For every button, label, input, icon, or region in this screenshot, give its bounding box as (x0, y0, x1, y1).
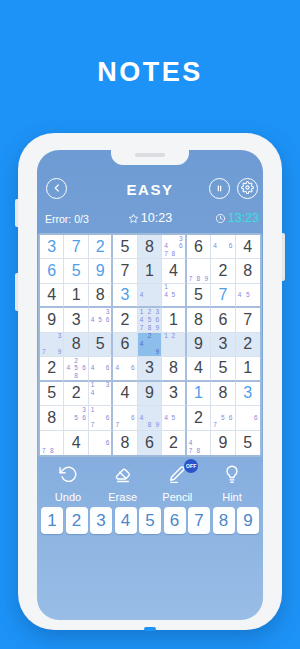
notch (111, 150, 189, 165)
pencil-notes: 379 (40, 333, 63, 356)
cell-r5c1[interactable]: 379 (40, 333, 64, 357)
cell-r1c4[interactable]: 5 (113, 235, 137, 259)
cell-r2c2[interactable]: 5 (64, 259, 88, 283)
cell-r9c7[interactable]: 478 (187, 431, 211, 455)
cell-r3c9[interactable]: 45 (236, 284, 260, 308)
pencil-notes: 46 (211, 235, 234, 258)
pencil-notes: 46 (113, 357, 136, 379)
given-digit: 7 (243, 312, 252, 328)
pencil-notes: 4 (138, 284, 161, 306)
cell-r5c4[interactable]: 6 (113, 333, 137, 357)
undo-icon (58, 464, 78, 488)
app-header: EASY (37, 178, 263, 202)
cell-r2c5[interactable]: 1 (138, 259, 162, 283)
volume-up-button (15, 199, 18, 227)
hint-label: Hint (222, 491, 242, 503)
cell-r5c8[interactable]: 3 (211, 333, 235, 357)
user-digit: 6 (47, 263, 56, 279)
cell-r4c4[interactable]: 2 (113, 308, 137, 332)
pencil-button[interactable]: OFF Pencil (154, 464, 200, 506)
cell-r4c8[interactable]: 6 (211, 308, 235, 332)
cell-r4c6[interactable]: 1 (162, 308, 186, 332)
cell-r5c9[interactable]: 2 (236, 333, 260, 357)
undo-label: Undo (55, 491, 81, 503)
cell-r1c6[interactable]: 34678 (162, 235, 186, 259)
user-digit: 3 (243, 385, 252, 401)
given-digit: 1 (243, 360, 252, 376)
numpad-key-7[interactable]: 7 (188, 507, 210, 534)
cell-r3c2[interactable]: 1 (64, 284, 88, 308)
cell-r9c9[interactable]: 5 (236, 431, 260, 455)
pencil-notes: 12 (162, 333, 184, 356)
pencil-notes: 145 (162, 284, 184, 306)
elapsed-time: 13:23 (215, 211, 259, 225)
pencil-notes: 6 (89, 431, 111, 455)
given-digit: 8 (72, 336, 81, 352)
bulb-icon (222, 464, 242, 488)
user-digit: 5 (72, 263, 81, 279)
pencil-notes: 356 (64, 406, 87, 429)
given-digit: 2 (194, 410, 203, 426)
pencil-notes: 24568 (64, 357, 87, 379)
cell-r7c6[interactable]: 3 (162, 382, 186, 406)
cell-r5c3[interactable]: 5 (89, 333, 113, 357)
pencil-notes: 3456 (89, 308, 111, 331)
cell-r4c3[interactable]: 3456 (89, 308, 113, 332)
clock-icon (215, 211, 228, 225)
given-digit: 9 (194, 336, 203, 352)
pencil-notes: 249 (138, 333, 161, 356)
given-digit: 5 (243, 435, 252, 451)
erase-button[interactable]: Erase (100, 464, 146, 506)
cell-r2c6[interactable]: 4 (162, 259, 186, 283)
cell-r8c7[interactable]: 2 (187, 406, 211, 430)
pencil-notes: 78 (40, 431, 63, 455)
numpad-key-1[interactable]: 1 (41, 507, 63, 534)
pencil-notes: 478 (187, 431, 210, 455)
given-digit: 8 (96, 287, 105, 303)
given-digit: 8 (47, 410, 56, 426)
given-digit: 4 (72, 435, 81, 451)
status-row: Error: 0/3 10:23 13:23 (37, 211, 263, 227)
sudoku-grid: 3725834678646465971478928418341455745933… (38, 233, 262, 457)
cell-r9c2[interactable]: 4 (64, 431, 88, 455)
cell-r5c5[interactable]: 249 (138, 333, 162, 357)
power-button (282, 233, 285, 281)
given-digit: 3 (169, 385, 178, 401)
hint-button[interactable]: Hint (209, 464, 255, 506)
given-digit: 3 (145, 360, 154, 376)
user-digit: 2 (96, 239, 105, 255)
pencil-notes: 134 (89, 382, 111, 405)
cell-r4c7[interactable]: 8 (187, 308, 211, 332)
given-digit: 5 (218, 360, 227, 376)
cell-r8c3[interactable]: 167 (89, 406, 113, 430)
given-digit: 8 (121, 435, 130, 451)
pencil-notes: 489 (138, 406, 161, 429)
given-digit: 2 (169, 435, 178, 451)
numpad-key-9[interactable]: 9 (237, 507, 259, 534)
cell-r2c1[interactable]: 6 (40, 259, 64, 283)
given-digit: 4 (243, 239, 252, 255)
cell-r7c9[interactable]: 3 (236, 382, 260, 406)
cell-r3c8[interactable]: 7 (211, 284, 235, 308)
cell-r7c8[interactable]: 8 (211, 382, 235, 406)
cell-r1c3[interactable]: 2 (89, 235, 113, 259)
app-screen: EASY Error: 0/3 10:23 13:23 (37, 150, 263, 620)
given-digit: 9 (47, 312, 56, 328)
cell-r9c5[interactable]: 6 (138, 431, 162, 455)
cell-r4c2[interactable]: 3 (64, 308, 88, 332)
cell-r4c9[interactable]: 7 (236, 308, 260, 332)
given-digit: 4 (47, 287, 56, 303)
cell-r2c9[interactable]: 8 (236, 259, 260, 283)
given-digit: 5 (96, 336, 105, 352)
given-digit: 8 (243, 263, 252, 279)
pencil-label: Pencil (162, 491, 192, 503)
cell-r9c6[interactable]: 2 (162, 431, 186, 455)
user-digit: 7 (218, 287, 227, 303)
cell-r8c2[interactable]: 356 (64, 406, 88, 430)
pencil-notes: 567 (211, 406, 234, 429)
numpad: 123456789 (41, 507, 259, 534)
given-digit: 6 (218, 312, 227, 328)
given-digit: 2 (47, 360, 56, 376)
given-digit: 7 (121, 263, 130, 279)
star-icon (128, 211, 141, 225)
given-digit: 3 (72, 312, 81, 328)
undo-button[interactable]: Undo (45, 464, 91, 506)
cell-r6c3[interactable]: 46 (89, 357, 113, 381)
pencil-notes: 123456789 (138, 308, 161, 331)
settings-button[interactable] (237, 178, 258, 199)
given-digit: 4 (194, 360, 203, 376)
pencil-notes: 67 (113, 406, 136, 429)
pencil-notes: 167 (89, 406, 111, 429)
given-digit: 6 (194, 239, 203, 255)
cell-r8c5[interactable]: 489 (138, 406, 162, 430)
user-digit: 1 (194, 385, 203, 401)
numpad-key-4[interactable]: 4 (115, 507, 137, 534)
cell-r1c2[interactable]: 7 (64, 235, 88, 259)
given-digit: 9 (218, 435, 227, 451)
given-digit: 1 (145, 263, 154, 279)
pause-button[interactable] (209, 178, 230, 199)
given-digit: 8 (218, 385, 227, 401)
given-digit: 4 (121, 385, 130, 401)
cell-r3c5[interactable]: 4 (138, 284, 162, 308)
cell-r1c1[interactable]: 3 (40, 235, 64, 259)
cell-r4c1[interactable]: 9 (40, 308, 64, 332)
given-digit: 8 (194, 312, 203, 328)
cell-r6c4[interactable]: 46 (113, 357, 137, 381)
cell-r9c8[interactable]: 9 (211, 431, 235, 455)
cell-r7c4[interactable]: 4 (113, 382, 137, 406)
cell-r1c5[interactable]: 8 (138, 235, 162, 259)
cell-r6c7[interactable]: 4 (187, 357, 211, 381)
cell-r9c3[interactable]: 6 (89, 431, 113, 455)
cell-r1c8[interactable]: 46 (211, 235, 235, 259)
given-digit: 4 (169, 263, 178, 279)
cell-r1c9[interactable]: 4 (236, 235, 260, 259)
cell-r3c1[interactable]: 4 (40, 284, 64, 308)
cell-r3c6[interactable]: 145 (162, 284, 186, 308)
cell-r3c4[interactable]: 3 (113, 284, 137, 308)
cell-r5c7[interactable]: 9 (187, 333, 211, 357)
cell-r3c7[interactable]: 5 (187, 284, 211, 308)
given-digit: 1 (72, 287, 81, 303)
gear-icon (241, 180, 254, 198)
cell-r8c4[interactable]: 67 (113, 406, 137, 430)
cell-r6c2[interactable]: 24568 (64, 357, 88, 381)
charging-port (144, 627, 156, 631)
volume-down-button (15, 273, 18, 311)
given-digit: 6 (145, 435, 154, 451)
erase-label: Erase (108, 491, 137, 503)
pencil-notes: 6 (236, 406, 260, 429)
cell-r6c1[interactable]: 2 (40, 357, 64, 381)
pencil-notes: 45 (162, 406, 184, 429)
given-digit: 8 (145, 239, 154, 255)
cell-r1c7[interactable]: 6 (187, 235, 211, 259)
cell-r2c4[interactable]: 7 (113, 259, 137, 283)
numpad-key-6[interactable]: 6 (164, 507, 186, 534)
cell-r4c5[interactable]: 123456789 (138, 308, 162, 332)
cell-r9c4[interactable]: 8 (113, 431, 137, 455)
cell-r8c9[interactable]: 6 (236, 406, 260, 430)
given-digit: 2 (72, 385, 81, 401)
numpad-key-5[interactable]: 5 (139, 507, 161, 534)
given-digit: 5 (47, 385, 56, 401)
given-digit: 5 (121, 239, 130, 255)
numpad-key-2[interactable]: 2 (66, 507, 88, 534)
numpad-key-3[interactable]: 3 (90, 507, 112, 534)
cell-r8c8[interactable]: 567 (211, 406, 235, 430)
cell-r5c2[interactable]: 8 (64, 333, 88, 357)
screenshot-root: { "page": { "title": "NOTES" }, "app": {… (0, 0, 300, 649)
given-digit: 2 (121, 312, 130, 328)
elapsed-time-value: 13:23 (228, 211, 259, 225)
eraser-icon (113, 464, 133, 488)
speaker-slot (135, 153, 165, 157)
cell-r7c7[interactable]: 1 (187, 382, 211, 406)
numpad-key-8[interactable]: 8 (213, 507, 235, 534)
cell-r2c8[interactable]: 2 (211, 259, 235, 283)
cell-r8c6[interactable]: 45 (162, 406, 186, 430)
cell-r6c9[interactable]: 1 (236, 357, 260, 381)
user-digit: 3 (121, 287, 130, 303)
given-digit: 9 (145, 385, 154, 401)
pencil-off-badge: OFF (184, 459, 198, 473)
page-title: NOTES (0, 57, 300, 88)
cell-r9c1[interactable]: 78 (40, 431, 64, 455)
given-digit: 3 (218, 336, 227, 352)
user-digit: 3 (47, 239, 56, 255)
cell-r3c3[interactable]: 8 (89, 284, 113, 308)
cell-r2c3[interactable]: 9 (89, 259, 113, 283)
cell-r5c6[interactable]: 12 (162, 333, 186, 357)
cell-r7c5[interactable]: 9 (138, 382, 162, 406)
cell-r6c5[interactable]: 3 (138, 357, 162, 381)
given-digit: 8 (169, 360, 178, 376)
cell-r2c7[interactable]: 789 (187, 259, 211, 283)
pencil-notes: 789 (187, 259, 210, 282)
cell-r6c8[interactable]: 5 (211, 357, 235, 381)
cell-r7c3[interactable]: 134 (89, 382, 113, 406)
pencil-notes: 34678 (162, 235, 184, 258)
pencil-notes: 46 (89, 357, 111, 379)
cell-r7c1[interactable]: 5 (40, 382, 64, 406)
cell-r6c6[interactable]: 8 (162, 357, 186, 381)
user-digit: 7 (72, 239, 81, 255)
best-time-value: 10:23 (141, 211, 172, 225)
given-digit: 5 (194, 287, 203, 303)
phone-frame: EASY Error: 0/3 10:23 13:23 (18, 133, 282, 630)
given-digit: 2 (243, 336, 252, 352)
pencil-notes: 45 (236, 284, 260, 306)
cell-r7c2[interactable]: 2 (64, 382, 88, 406)
cell-r8c1[interactable]: 8 (40, 406, 64, 430)
given-digit: 2 (218, 263, 227, 279)
given-digit: 1 (169, 312, 178, 328)
toolbar: Undo Erase OFF Pencil Hint (37, 464, 263, 506)
given-digit: 6 (121, 336, 130, 352)
user-digit: 9 (96, 263, 105, 279)
pause-icon (214, 180, 225, 198)
